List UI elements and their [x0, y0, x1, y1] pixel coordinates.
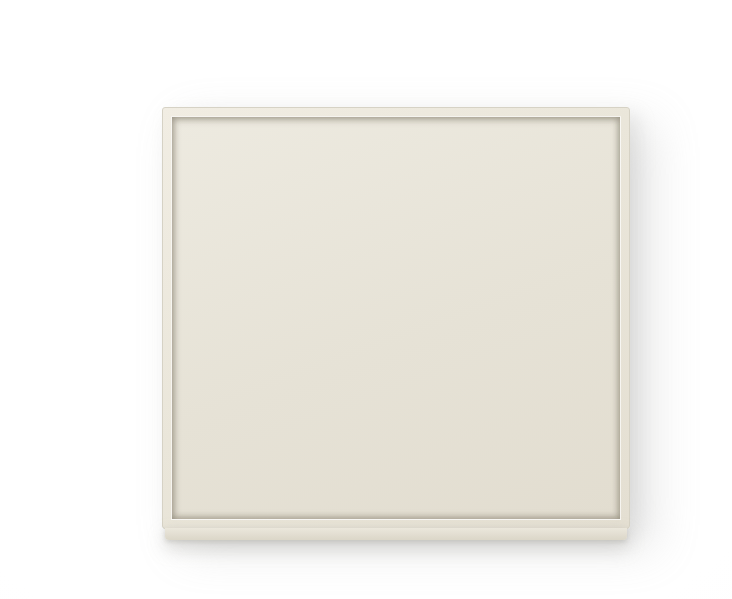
photo-background [0, 0, 732, 599]
box-front-edge [165, 528, 627, 540]
board-cells [176, 119, 618, 525]
chinese-checkers-board [176, 119, 618, 525]
